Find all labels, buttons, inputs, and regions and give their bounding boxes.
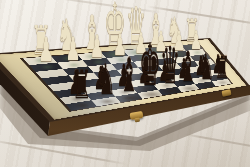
piece-black-bishop-f8[interactable]: ♝ xyxy=(119,51,139,98)
piece-black-queen-d8[interactable]: ♛ xyxy=(160,40,180,91)
floor-plank-seam xyxy=(184,133,250,150)
piece-black-rook-a8[interactable]: ♜ xyxy=(214,52,229,82)
chess-set-photo: ♜♞♝♛♚♝♞♜♟♟♟♟♟♟♟♟♟♟♟♟♟♟♟♟♜♞♝♛♚♝♞♜ xyxy=(0,0,250,167)
piece-black-bishop-c8[interactable]: ♝ xyxy=(179,46,197,88)
piece-black-knight-b8[interactable]: ♞ xyxy=(197,49,214,85)
piece-white-pawn-h2[interactable]: ♟ xyxy=(39,33,55,67)
piece-white-pawn-g2[interactable]: ♟ xyxy=(65,32,80,64)
piece-black-rook-h8[interactable]: ♜ xyxy=(72,67,91,106)
piece-black-knight-g8[interactable]: ♞ xyxy=(96,59,116,102)
piece-black-king-e8[interactable]: ♚ xyxy=(139,36,161,94)
